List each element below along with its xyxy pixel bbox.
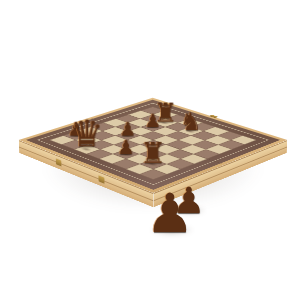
rook-piece: ♜: [121, 138, 184, 167]
brass-hinge-icon: [98, 175, 104, 183]
product-photo: ♜♞♟♟♟♟♜♛ ♟♟: [0, 0, 300, 300]
offboard-pawn-piece: ♟: [143, 187, 197, 241]
scene: ♜♞♟♟♟♟♜♛: [0, 0, 300, 300]
board-rim: ♜♞♟♟♟♟♜♛: [19, 98, 288, 193]
brass-hinge-icon: [56, 158, 62, 166]
knight-piece: ♞: [161, 110, 220, 134]
chess-board: ♜♞♟♟♟♟♜♛: [19, 98, 288, 193]
